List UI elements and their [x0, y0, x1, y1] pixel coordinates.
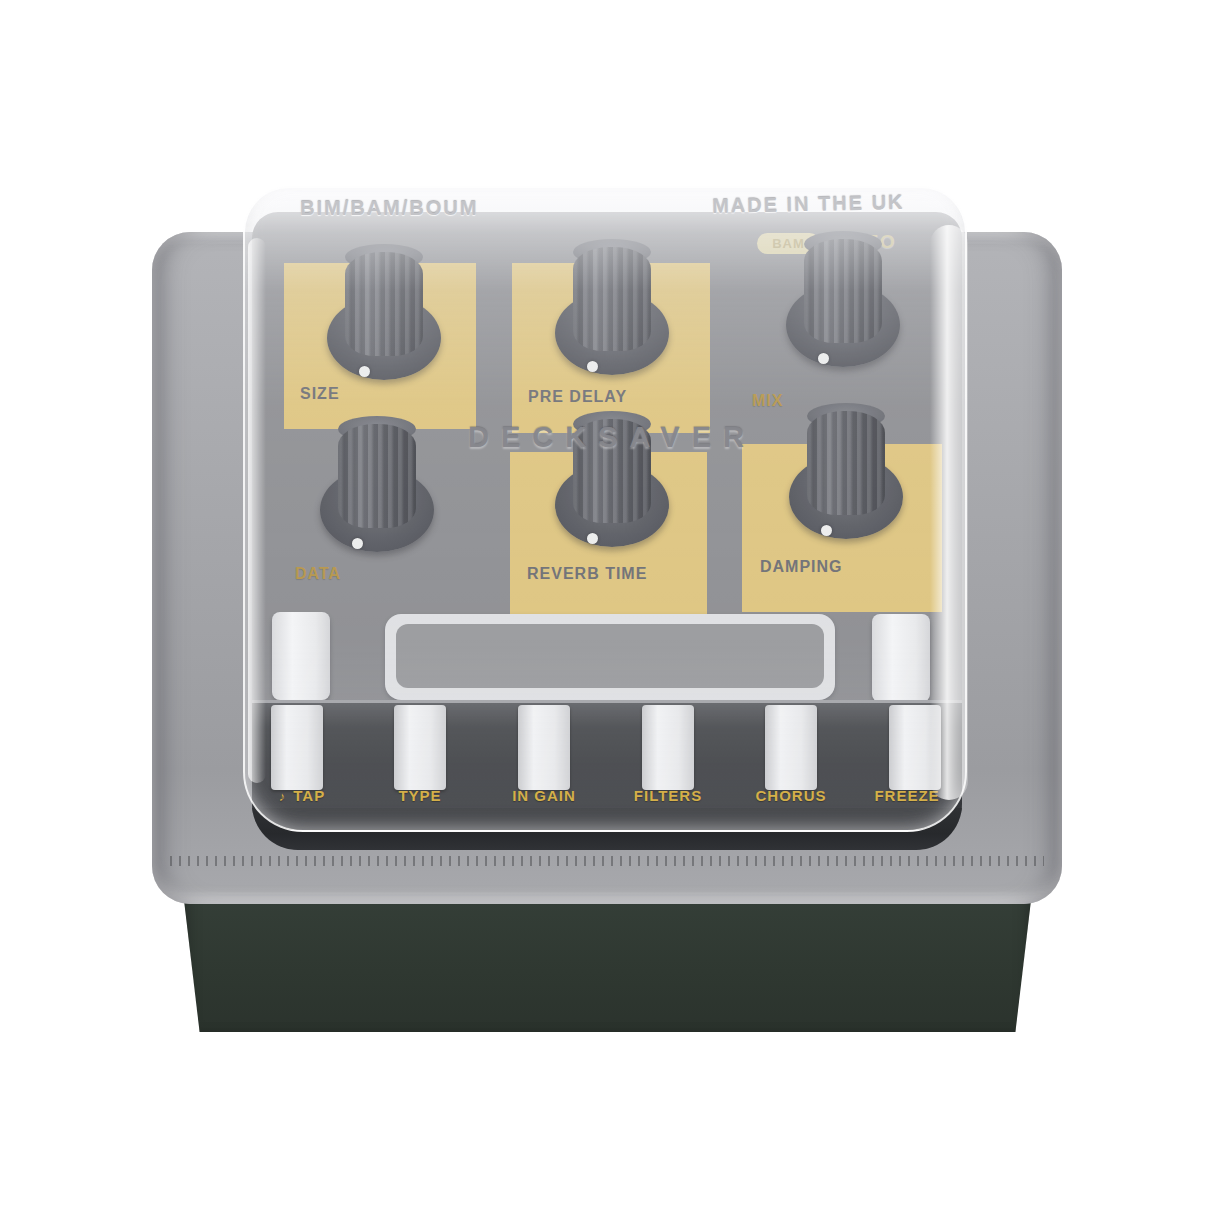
knob-indicator-dot — [821, 525, 832, 536]
front-button-label-text: TAP — [293, 787, 325, 804]
front-button-label-in-gain: IN GAIN — [484, 787, 604, 804]
made-in-uk-embossed-text: MADE IN THE UK — [712, 191, 905, 218]
knob-indicator-dot — [587, 533, 598, 544]
knob-cap — [345, 252, 423, 356]
knob-size — [309, 212, 459, 398]
knob-label-pre-delay: PRE DELAY — [528, 388, 627, 406]
knob-mix — [768, 212, 918, 385]
front-button-type — [394, 705, 446, 790]
front-button-label-type: TYPE — [360, 787, 480, 804]
knob-cap — [573, 247, 651, 351]
knob-label-size: SIZE — [300, 385, 340, 403]
knob-label-mix: MIX — [752, 392, 783, 410]
front-bottom-edge — [252, 808, 962, 850]
knob-damping — [771, 367, 921, 557]
front-button-filters — [642, 705, 694, 790]
front-button-chorus — [765, 705, 817, 790]
knob-indicator-dot — [352, 538, 363, 549]
knob-cap — [807, 411, 885, 515]
knob-indicator-dot — [587, 361, 598, 372]
knob-cap — [338, 424, 416, 528]
front-button-tap — [271, 705, 323, 790]
device-top-panel: BAM OTO — [252, 212, 962, 850]
knob-indicator-dot — [818, 353, 829, 364]
cover-model-embossed-text: BIM/BAM/BOUM — [300, 197, 478, 220]
front-button-label-tap: ♪TAP — [252, 787, 362, 804]
knob-indicator-dot — [359, 366, 370, 377]
knob-cap — [804, 239, 882, 343]
white-side-button-right — [872, 614, 930, 702]
display-window — [385, 614, 835, 700]
decksaver-embossed-logo: DECKSAVER — [422, 421, 802, 454]
knob-pre-delay — [537, 212, 687, 393]
white-side-button-left — [272, 612, 330, 700]
product-photo: BAM OTO — [0, 0, 1214, 1214]
tap-note-icon: ♪ — [279, 789, 287, 804]
front-button-in-gain — [518, 705, 570, 790]
knob-label-data: DATA — [295, 565, 341, 583]
knob-label-damping: DAMPING — [760, 558, 843, 576]
knob-data — [302, 380, 452, 570]
cover-skirt-serration — [170, 856, 1044, 866]
knob-label-reverb-time: REVERB TIME — [527, 565, 647, 583]
front-button-label-filters: FILTERS — [608, 787, 728, 804]
front-button-label-chorus: CHORUS — [731, 787, 851, 804]
front-button-freeze — [889, 705, 941, 790]
front-button-label-freeze: FREEZE — [852, 787, 962, 804]
display-screen — [396, 624, 824, 688]
